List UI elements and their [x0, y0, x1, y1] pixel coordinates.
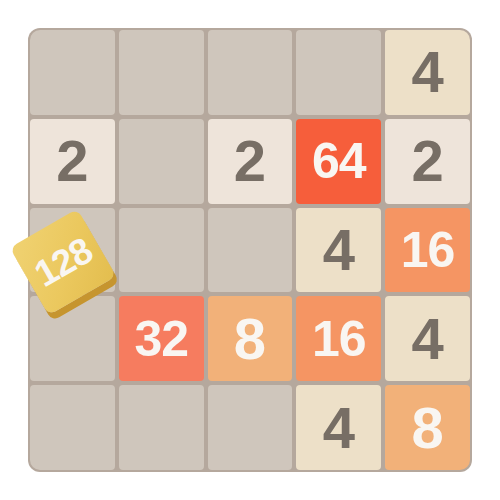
tile-4-r5c4: 4 — [296, 385, 381, 470]
empty-cell-r1c4 — [296, 30, 381, 115]
empty-cell-r1c2 — [119, 30, 204, 115]
empty-cell-r3c3 — [208, 208, 293, 293]
tile-4-r3c4: 4 — [296, 208, 381, 293]
empty-cell-r5c1 — [30, 385, 115, 470]
tile-2-r2c3: 2 — [208, 119, 293, 204]
tile-4-r1c5: 4 — [385, 30, 470, 115]
game-screen: 42264241632816448 128 — [0, 0, 500, 500]
tile-8-r4c3: 8 — [208, 296, 293, 381]
tile-8-r5c5: 8 — [385, 385, 470, 470]
empty-cell-r4c1 — [30, 296, 115, 381]
empty-cell-r5c3 — [208, 385, 293, 470]
empty-cell-r5c2 — [119, 385, 204, 470]
tile-32-r4c2: 32 — [119, 296, 204, 381]
empty-cell-r2c2 — [119, 119, 204, 204]
tile-16-r4c4: 16 — [296, 296, 381, 381]
empty-cell-r3c2 — [119, 208, 204, 293]
tile-4-r4c5: 4 — [385, 296, 470, 381]
tile-2-r2c1: 2 — [30, 119, 115, 204]
tile-16-r3c5: 16 — [385, 208, 470, 293]
tile-64-r2c4: 64 — [296, 119, 381, 204]
tile-128-value: 128 — [28, 231, 97, 292]
tile-2-r2c5: 2 — [385, 119, 470, 204]
empty-cell-r1c1 — [30, 30, 115, 115]
empty-cell-r1c3 — [208, 30, 293, 115]
